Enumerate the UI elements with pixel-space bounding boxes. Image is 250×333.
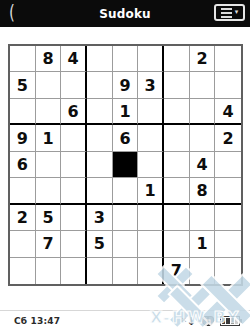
cell-r1c9[interactable] xyxy=(215,46,241,72)
cell-r4c5[interactable]: 6 xyxy=(113,125,139,151)
cell-r9c7[interactable]: 7 xyxy=(164,258,190,284)
cell-r9c6[interactable] xyxy=(138,258,164,284)
cell-r2c4[interactable] xyxy=(87,72,113,98)
back-icon[interactable]: ( xyxy=(9,4,15,23)
cell-r4c2[interactable]: 1 xyxy=(36,125,62,151)
cell-r6c5[interactable] xyxy=(113,178,139,204)
cell-r4c4[interactable] xyxy=(87,125,113,151)
status-bar: Сб 13:47 ×↓ xyxy=(0,311,250,333)
cell-r8c2[interactable]: 7 xyxy=(36,231,62,257)
cell-r5c9[interactable] xyxy=(215,152,241,178)
cell-r7c9[interactable] xyxy=(215,205,241,231)
cell-r1c7[interactable] xyxy=(164,46,190,72)
cell-r9c3[interactable] xyxy=(61,258,87,284)
cell-r7c5[interactable] xyxy=(113,205,139,231)
cell-r4c3[interactable] xyxy=(61,125,87,151)
cell-r7c4[interactable]: 3 xyxy=(87,205,113,231)
cell-r3c6[interactable] xyxy=(138,99,164,125)
cell-r2c5[interactable]: 9 xyxy=(113,72,139,98)
cell-r9c9[interactable] xyxy=(215,258,241,284)
cell-r8c6[interactable] xyxy=(138,231,164,257)
cell-r6c1[interactable] xyxy=(10,178,36,204)
cell-r4c7[interactable] xyxy=(164,125,190,151)
cell-r3c7[interactable] xyxy=(164,99,190,125)
cell-r6c3[interactable] xyxy=(61,178,87,204)
cell-r5c3[interactable] xyxy=(61,152,87,178)
cell-r4c9[interactable]: 2 xyxy=(215,125,241,151)
cell-r2c6[interactable]: 3 xyxy=(138,72,164,98)
mouse-icon xyxy=(202,316,214,326)
cell-r6c9[interactable] xyxy=(215,178,241,204)
menu-button[interactable]: ▾ xyxy=(214,4,245,21)
cell-r1c6[interactable] xyxy=(138,46,164,72)
cell-r8c1[interactable] xyxy=(10,231,36,257)
cell-r9c2[interactable] xyxy=(36,258,62,284)
cell-r3c4[interactable] xyxy=(87,99,113,125)
page-title: Sudoku xyxy=(99,7,151,21)
cell-r5c1[interactable]: 6 xyxy=(10,152,36,178)
battery-icon xyxy=(220,316,240,326)
cell-r7c2[interactable]: 5 xyxy=(36,205,62,231)
cell-r7c6[interactable] xyxy=(138,205,164,231)
cell-r1c1[interactable] xyxy=(10,46,36,72)
cell-r2c3[interactable] xyxy=(61,72,87,98)
cell-r7c1[interactable]: 2 xyxy=(10,205,36,231)
cell-r2c9[interactable] xyxy=(215,72,241,98)
cell-r5c8[interactable]: 4 xyxy=(190,152,216,178)
cell-r9c1[interactable] xyxy=(10,258,36,284)
cell-r5c7[interactable] xyxy=(164,152,190,178)
cell-r1c4[interactable] xyxy=(87,46,113,72)
app-header: ( Sudoku ▾ xyxy=(0,0,250,27)
sudoku-board: 842593614916264182537517 xyxy=(8,44,243,286)
cell-r5c5[interactable] xyxy=(113,152,139,178)
cell-r6c8[interactable]: 8 xyxy=(190,178,216,204)
cell-r2c8[interactable] xyxy=(190,72,216,98)
cell-r1c2[interactable]: 8 xyxy=(36,46,62,72)
cell-r8c5[interactable] xyxy=(113,231,139,257)
cell-r7c7[interactable] xyxy=(164,205,190,231)
cell-r2c1[interactable]: 5 xyxy=(10,72,36,98)
cell-r3c9[interactable]: 4 xyxy=(215,99,241,125)
cell-r8c4[interactable]: 5 xyxy=(87,231,113,257)
cell-r7c8[interactable] xyxy=(190,205,216,231)
sync-off-icon: ×↓ xyxy=(181,316,196,327)
cell-r1c5[interactable] xyxy=(113,46,139,72)
cell-r3c1[interactable] xyxy=(10,99,36,125)
cell-r5c6[interactable] xyxy=(138,152,164,178)
cell-r9c4[interactable] xyxy=(87,258,113,284)
clock-text: Сб 13:47 xyxy=(14,316,60,326)
cell-r3c8[interactable] xyxy=(190,99,216,125)
cell-r8c7[interactable] xyxy=(164,231,190,257)
hamburger-icon xyxy=(221,8,232,18)
cell-r6c7[interactable] xyxy=(164,178,190,204)
cell-r4c6[interactable] xyxy=(138,125,164,151)
cell-r9c5[interactable] xyxy=(113,258,139,284)
cell-r5c2[interactable] xyxy=(36,152,62,178)
cell-r3c5[interactable]: 1 xyxy=(113,99,139,125)
cell-r3c2[interactable] xyxy=(36,99,62,125)
cell-r9c8[interactable] xyxy=(190,258,216,284)
cell-r4c1[interactable]: 9 xyxy=(10,125,36,151)
cell-r1c3[interactable]: 4 xyxy=(61,46,87,72)
cell-r6c4[interactable] xyxy=(87,178,113,204)
cell-r8c9[interactable] xyxy=(215,231,241,257)
cell-r5c4[interactable] xyxy=(87,152,113,178)
cell-r3c3[interactable]: 6 xyxy=(61,99,87,125)
cell-r2c2[interactable] xyxy=(36,72,62,98)
cell-r8c8[interactable]: 1 xyxy=(190,231,216,257)
cell-r6c6[interactable]: 1 xyxy=(138,178,164,204)
cell-r1c8[interactable]: 2 xyxy=(190,46,216,72)
cell-r4c8[interactable] xyxy=(190,125,216,151)
cell-r6c2[interactable] xyxy=(36,178,62,204)
cell-r7c3[interactable] xyxy=(61,205,87,231)
status-icons: ×↓ xyxy=(181,314,242,328)
cell-r8c3[interactable] xyxy=(61,231,87,257)
cell-r2c7[interactable] xyxy=(164,72,190,98)
chevron-down-icon: ▾ xyxy=(235,9,239,16)
